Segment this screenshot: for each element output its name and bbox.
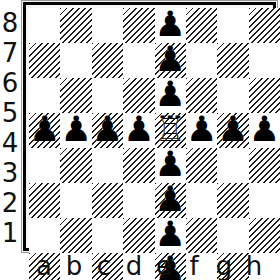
rank-label-4: 4 — [0, 128, 20, 158]
square-e8[interactable]: ♟ — [155, 8, 186, 43]
square-h6[interactable] — [249, 78, 280, 113]
square-g8[interactable] — [217, 8, 248, 43]
file-label-d: d — [119, 251, 149, 280]
square-f3[interactable] — [186, 183, 217, 218]
square-g4[interactable] — [217, 148, 248, 183]
square-e3[interactable]: ♟ — [155, 183, 186, 218]
square-e5[interactable]: ♖ — [155, 113, 186, 148]
square-f2[interactable] — [186, 218, 217, 253]
square-e4[interactable]: ♟ — [155, 148, 186, 183]
file-label-e: e — [149, 251, 179, 280]
square-h3[interactable] — [249, 183, 280, 218]
file-label-c: c — [89, 251, 119, 280]
square-a3[interactable] — [29, 183, 60, 218]
square-f5[interactable]: ♟ — [186, 113, 217, 148]
piece-black-pawn[interactable]: ♟ — [155, 182, 186, 217]
piece-black-pawn[interactable]: ♟ — [249, 112, 280, 147]
piece-black-pawn[interactable]: ♟ — [186, 112, 217, 147]
rank-label-6: 6 — [0, 68, 20, 98]
square-b2[interactable] — [60, 218, 91, 253]
square-b3[interactable] — [60, 183, 91, 218]
square-f8[interactable] — [186, 8, 217, 43]
square-g3[interactable] — [217, 183, 248, 218]
piece-black-pawn[interactable]: ♟ — [29, 112, 60, 147]
board-frame: ♟♟♟♟♟♟♟♖♟♟♟♟♟♟♟ — [21, 0, 278, 253]
chess-board: ♟♟♟♟♟♟♟♖♟♟♟♟♟♟♟ — [29, 8, 270, 245]
square-f4[interactable] — [186, 148, 217, 183]
square-b8[interactable] — [60, 8, 91, 43]
file-label-f: f — [179, 251, 209, 280]
square-d8[interactable] — [123, 8, 154, 43]
piece-black-pawn[interactable]: ♟ — [123, 112, 154, 147]
square-f6[interactable] — [186, 78, 217, 113]
square-g2[interactable] — [217, 218, 248, 253]
square-h2[interactable] — [249, 218, 280, 253]
square-g6[interactable] — [217, 78, 248, 113]
square-a7[interactable] — [29, 43, 60, 78]
rank-label-5: 5 — [0, 98, 20, 128]
square-d7[interactable] — [123, 43, 154, 78]
rank-label-3: 3 — [0, 158, 20, 188]
square-f7[interactable] — [186, 43, 217, 78]
piece-black-pawn[interactable]: ♟ — [155, 42, 186, 77]
square-c4[interactable] — [92, 148, 123, 183]
square-g7[interactable] — [217, 43, 248, 78]
square-e6[interactable]: ♟ — [155, 78, 186, 113]
square-c8[interactable] — [92, 8, 123, 43]
chess-diagram: 87654321 ♟♟♟♟♟♟♟♖♟♟♟♟♟♟♟ abcdefgh — [0, 0, 280, 280]
rank-label-7: 7 — [0, 38, 20, 68]
square-c3[interactable] — [92, 183, 123, 218]
file-label-a: a — [29, 251, 59, 280]
board-border: ♟♟♟♟♟♟♟♖♟♟♟♟♟♟♟ — [23, 2, 276, 251]
piece-black-pawn[interactable]: ♟ — [217, 112, 248, 147]
file-label-g: g — [209, 251, 239, 280]
piece-black-pawn[interactable]: ♟ — [155, 217, 186, 252]
file-labels: abcdefgh — [29, 251, 269, 280]
square-a8[interactable] — [29, 8, 60, 43]
square-b4[interactable] — [60, 148, 91, 183]
square-h5[interactable]: ♟ — [249, 113, 280, 148]
piece-black-pawn[interactable]: ♟ — [155, 7, 186, 42]
square-d6[interactable] — [123, 78, 154, 113]
square-a4[interactable] — [29, 148, 60, 183]
square-d3[interactable] — [123, 183, 154, 218]
rank-label-2: 2 — [0, 188, 20, 218]
square-d5[interactable]: ♟ — [123, 113, 154, 148]
square-c6[interactable] — [92, 78, 123, 113]
square-b6[interactable] — [60, 78, 91, 113]
piece-black-pawn[interactable]: ♟ — [155, 147, 186, 182]
rank-label-8: 8 — [0, 8, 20, 38]
piece-black-pawn[interactable]: ♟ — [155, 77, 186, 112]
piece-black-pawn[interactable]: ♟ — [92, 112, 123, 147]
square-e2[interactable]: ♟ — [155, 218, 186, 253]
rank-label-1: 1 — [0, 218, 20, 248]
square-c2[interactable] — [92, 218, 123, 253]
rank-labels: 87654321 — [0, 8, 20, 244]
square-a5[interactable]: ♟ — [29, 113, 60, 148]
square-b5[interactable]: ♟ — [60, 113, 91, 148]
square-b7[interactable] — [60, 43, 91, 78]
square-h8[interactable] — [249, 8, 280, 43]
square-c5[interactable]: ♟ — [92, 113, 123, 148]
square-c7[interactable] — [92, 43, 123, 78]
square-h4[interactable] — [249, 148, 280, 183]
square-a6[interactable] — [29, 78, 60, 113]
file-label-h: h — [239, 251, 269, 280]
piece-white-rook[interactable]: ♖ — [155, 112, 186, 147]
square-g5[interactable]: ♟ — [217, 113, 248, 148]
square-h7[interactable] — [249, 43, 280, 78]
square-e7[interactable]: ♟ — [155, 43, 186, 78]
square-d2[interactable] — [123, 218, 154, 253]
square-d4[interactable] — [123, 148, 154, 183]
file-label-b: b — [59, 251, 89, 280]
square-a2[interactable] — [29, 218, 60, 253]
piece-black-pawn[interactable]: ♟ — [60, 112, 91, 147]
